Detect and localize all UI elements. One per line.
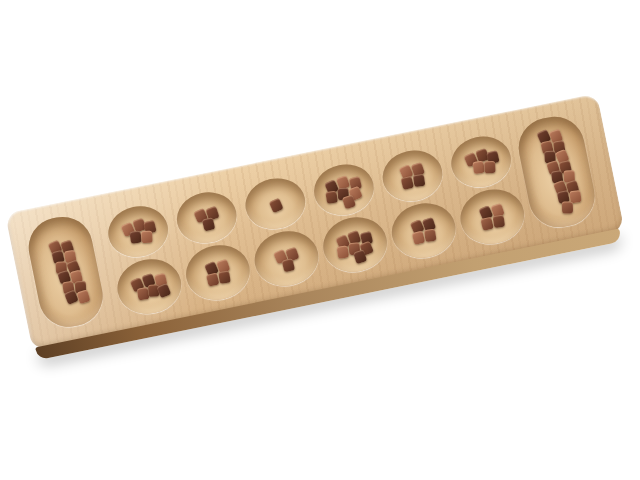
seed: [412, 174, 425, 187]
seed: [281, 258, 294, 272]
seed: [205, 273, 218, 287]
photo-background: [0, 0, 640, 480]
seed: [336, 245, 349, 258]
board-top-surface: [5, 93, 625, 351]
seed: [129, 230, 142, 243]
seed: [353, 250, 367, 265]
pit-bottom-2[interactable]: [181, 240, 254, 306]
seed: [341, 195, 355, 210]
seed: [141, 231, 153, 244]
seed: [325, 191, 338, 204]
seed: [411, 231, 424, 245]
pit-top-4[interactable]: [310, 159, 379, 220]
seed: [561, 201, 572, 213]
seed: [484, 161, 496, 174]
seed: [218, 271, 231, 284]
seed: [201, 217, 214, 231]
pit-bottom-6[interactable]: [456, 184, 529, 250]
pit-bottom-5[interactable]: [387, 198, 460, 264]
pit-top-1[interactable]: [104, 201, 173, 262]
seed: [423, 229, 436, 242]
seed: [268, 198, 283, 213]
seed: [472, 161, 485, 174]
mancala-board: [5, 93, 627, 362]
pit-top-5[interactable]: [378, 145, 447, 206]
pit-bottom-1[interactable]: [113, 254, 186, 320]
seed: [492, 215, 505, 228]
pit-bottom-4[interactable]: [318, 212, 391, 278]
pit-bottom-3[interactable]: [250, 226, 323, 292]
seed: [400, 176, 413, 190]
seed: [156, 283, 171, 298]
pit-top-6[interactable]: [447, 131, 516, 192]
pit-top-3[interactable]: [241, 173, 310, 234]
seed: [480, 217, 493, 231]
pit-top-2[interactable]: [172, 187, 241, 248]
seed: [136, 287, 149, 300]
